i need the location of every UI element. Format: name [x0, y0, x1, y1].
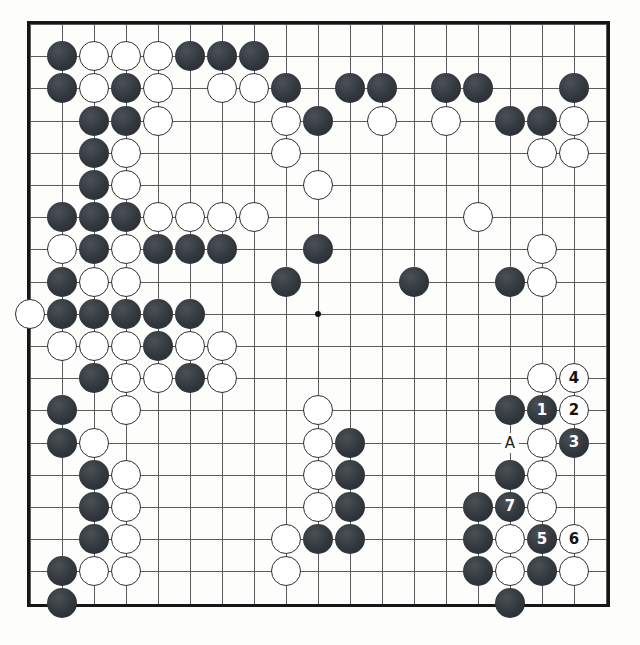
stone-white: [79, 331, 109, 361]
stone-black: [47, 202, 77, 232]
stone-white: [431, 106, 461, 136]
star-point: [315, 311, 321, 317]
stone-white: [303, 170, 333, 200]
stone-black: [335, 460, 365, 490]
stone-white: [111, 170, 141, 200]
stone-white: [111, 556, 141, 586]
stone-white: [47, 331, 77, 361]
stone-black: [79, 138, 109, 168]
stone-white: [271, 556, 301, 586]
stone-black: [143, 299, 173, 329]
stone-white: [111, 492, 141, 522]
stone-black: [175, 234, 205, 264]
stone-black: [207, 41, 237, 71]
stone-white: [239, 202, 269, 232]
stone-white: [527, 267, 557, 297]
stone-white: [79, 267, 109, 297]
stone-black: [111, 73, 141, 103]
stone-white: [111, 363, 141, 393]
stone-white: [207, 331, 237, 361]
stone-black: [463, 73, 493, 103]
stone-white: [15, 299, 45, 329]
stone-black: [79, 492, 109, 522]
stone-white: [495, 524, 525, 554]
stone-white: [527, 428, 557, 458]
stone-black: [47, 588, 77, 618]
stone-black: [239, 41, 269, 71]
stone-white: [111, 234, 141, 264]
stone-white: [111, 331, 141, 361]
stone-black-move-1: 1: [527, 395, 557, 425]
stone-black: [303, 106, 333, 136]
stone-black: [79, 524, 109, 554]
stone-white: [111, 460, 141, 490]
stone-black: [175, 41, 205, 71]
stones-layer: 4123756A: [14, 8, 622, 620]
stone-black: [79, 460, 109, 490]
stone-black: [559, 73, 589, 103]
stone-white: [527, 492, 557, 522]
stone-white: [143, 41, 173, 71]
stone-white: [111, 41, 141, 71]
stone-white: [559, 106, 589, 136]
stone-black: [79, 170, 109, 200]
go-board: 4123756A: [14, 8, 622, 620]
stone-black: [143, 331, 173, 361]
stone-black: [495, 460, 525, 490]
stone-black: [175, 363, 205, 393]
stone-black: [111, 202, 141, 232]
stone-black: [335, 73, 365, 103]
stone-black: [495, 395, 525, 425]
stone-black: [431, 73, 461, 103]
stone-black: [79, 363, 109, 393]
stone-black: [271, 267, 301, 297]
stone-black: [367, 73, 397, 103]
stone-white: [175, 202, 205, 232]
stone-white-move-6: 6: [559, 524, 589, 554]
stone-white: [79, 73, 109, 103]
stone-white: [79, 556, 109, 586]
stone-white: [559, 138, 589, 168]
stone-white: [495, 556, 525, 586]
stone-white: [207, 363, 237, 393]
stone-black: [463, 556, 493, 586]
stone-white: [111, 267, 141, 297]
stone-white: [303, 428, 333, 458]
stone-black: [463, 492, 493, 522]
stone-black-move-7: 7: [495, 492, 525, 522]
stone-white: [79, 41, 109, 71]
stone-white: [111, 395, 141, 425]
stone-white: [271, 138, 301, 168]
stone-black: [111, 299, 141, 329]
stone-white-move-4: 4: [559, 363, 589, 393]
stone-black: [335, 428, 365, 458]
stone-white: [527, 363, 557, 393]
stone-black: [79, 234, 109, 264]
stone-black: [303, 234, 333, 264]
stone-white: [47, 234, 77, 264]
stone-black: [79, 299, 109, 329]
stone-white: [303, 395, 333, 425]
stone-black: [271, 73, 301, 103]
stone-white: [207, 73, 237, 103]
stone-black: [303, 524, 333, 554]
go-diagram-page: 4123756A: [0, 0, 640, 645]
stone-black: [47, 299, 77, 329]
stone-black: [143, 234, 173, 264]
stone-black: [335, 524, 365, 554]
stone-white: [79, 428, 109, 458]
stone-white: [143, 363, 173, 393]
stone-black: [47, 395, 77, 425]
stone-white: [527, 138, 557, 168]
stone-black: [207, 234, 237, 264]
stone-white: [527, 460, 557, 490]
stone-white: [175, 331, 205, 361]
stone-black: [495, 106, 525, 136]
stone-white: [143, 106, 173, 136]
stone-black: [399, 267, 429, 297]
point-label-A: A: [501, 433, 519, 453]
stone-white: [239, 73, 269, 103]
stone-white: [527, 234, 557, 264]
stone-black-move-5: 5: [527, 524, 557, 554]
stone-black: [47, 267, 77, 297]
stone-black: [47, 41, 77, 71]
stone-black: [175, 299, 205, 329]
stone-black: [335, 492, 365, 522]
stone-black: [463, 524, 493, 554]
stone-white: [303, 492, 333, 522]
stone-black: [47, 73, 77, 103]
stone-white: [271, 524, 301, 554]
stone-white: [463, 202, 493, 232]
stone-white: [559, 556, 589, 586]
stone-black: [111, 106, 141, 136]
stone-black: [79, 106, 109, 136]
stone-black-move-3: 3: [559, 428, 589, 458]
stone-black: [47, 556, 77, 586]
stone-white: [367, 106, 397, 136]
stone-white: [143, 73, 173, 103]
stone-black: [79, 202, 109, 232]
stone-black: [527, 106, 557, 136]
stone-black: [527, 556, 557, 586]
stone-white: [111, 138, 141, 168]
stone-white: [207, 202, 237, 232]
stone-black: [495, 588, 525, 618]
stone-white: [271, 106, 301, 136]
stone-black: [495, 267, 525, 297]
stone-white: [111, 524, 141, 554]
stone-white: [303, 460, 333, 490]
stone-black: [47, 428, 77, 458]
stone-white: [143, 202, 173, 232]
stone-white-move-2: 2: [559, 395, 589, 425]
